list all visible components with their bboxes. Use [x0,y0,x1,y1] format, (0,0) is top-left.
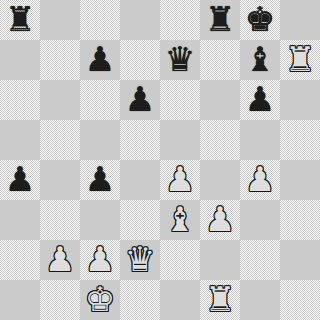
black-queen: ♛ [165,40,195,79]
black-pawn: ♟ [85,160,115,199]
square-c2[interactable]: ♟ [80,240,120,280]
white-rook: ♜ [285,40,315,79]
square-f2[interactable] [200,240,240,280]
black-pawn: ♟ [245,80,275,119]
black-king: ♚ [245,0,275,39]
square-a5[interactable] [0,120,40,160]
square-e3[interactable]: ♝ [160,200,200,240]
square-b1[interactable] [40,280,80,320]
square-b6[interactable] [40,80,80,120]
square-f1[interactable]: ♜ [200,280,240,320]
black-pawn: ♟ [85,40,115,79]
square-c5[interactable] [80,120,120,160]
square-e7[interactable]: ♛ [160,40,200,80]
square-d5[interactable] [120,120,160,160]
square-b7[interactable] [40,40,80,80]
black-pawn: ♟ [5,160,35,199]
square-b5[interactable] [40,120,80,160]
square-d3[interactable] [120,200,160,240]
square-f5[interactable] [200,120,240,160]
square-g7[interactable]: ♝ [240,40,280,80]
square-g2[interactable] [240,240,280,280]
black-rook: ♜ [205,0,235,39]
square-g5[interactable] [240,120,280,160]
square-c8[interactable] [80,0,120,40]
square-c6[interactable] [80,80,120,120]
square-d7[interactable] [120,40,160,80]
square-a8[interactable]: ♜ [0,0,40,40]
square-h3[interactable] [280,200,320,240]
white-king: ♚ [85,280,115,319]
square-h4[interactable] [280,160,320,200]
white-queen: ♛ [125,240,155,279]
white-pawn: ♟ [205,200,235,239]
square-d2[interactable]: ♛ [120,240,160,280]
square-g4[interactable]: ♟ [240,160,280,200]
square-b4[interactable] [40,160,80,200]
square-d4[interactable] [120,160,160,200]
square-h5[interactable] [280,120,320,160]
square-b2[interactable]: ♟ [40,240,80,280]
black-pawn: ♟ [125,80,155,119]
square-f8[interactable]: ♜ [200,0,240,40]
square-a2[interactable] [0,240,40,280]
chess-board: ♜♜♚♟♛♝♜♟♟♟♟♟♟♝♟♟♟♛♚♜ [0,0,320,320]
square-e8[interactable] [160,0,200,40]
square-d8[interactable] [120,0,160,40]
square-c7[interactable]: ♟ [80,40,120,80]
square-g8[interactable]: ♚ [240,0,280,40]
square-g1[interactable] [240,280,280,320]
square-e5[interactable] [160,120,200,160]
square-d1[interactable] [120,280,160,320]
square-e2[interactable] [160,240,200,280]
white-rook: ♜ [205,280,235,319]
square-a3[interactable] [0,200,40,240]
white-pawn: ♟ [245,160,275,199]
square-a6[interactable] [0,80,40,120]
white-pawn: ♟ [85,240,115,279]
square-g6[interactable]: ♟ [240,80,280,120]
square-f4[interactable] [200,160,240,200]
square-a7[interactable] [0,40,40,80]
square-h6[interactable] [280,80,320,120]
square-b3[interactable] [40,200,80,240]
square-g3[interactable] [240,200,280,240]
square-d6[interactable]: ♟ [120,80,160,120]
square-e1[interactable] [160,280,200,320]
black-rook: ♜ [5,0,35,39]
square-c4[interactable]: ♟ [80,160,120,200]
square-a1[interactable] [0,280,40,320]
square-f3[interactable]: ♟ [200,200,240,240]
square-b8[interactable] [40,0,80,40]
square-c1[interactable]: ♚ [80,280,120,320]
white-pawn: ♟ [165,160,195,199]
black-bishop: ♝ [245,40,275,79]
square-e4[interactable]: ♟ [160,160,200,200]
white-pawn: ♟ [45,240,75,279]
square-f6[interactable] [200,80,240,120]
square-h2[interactable] [280,240,320,280]
square-e6[interactable] [160,80,200,120]
square-f7[interactable] [200,40,240,80]
square-a4[interactable]: ♟ [0,160,40,200]
white-bishop: ♝ [165,200,195,239]
square-h8[interactable] [280,0,320,40]
square-c3[interactable] [80,200,120,240]
square-h1[interactable] [280,280,320,320]
square-h7[interactable]: ♜ [280,40,320,80]
